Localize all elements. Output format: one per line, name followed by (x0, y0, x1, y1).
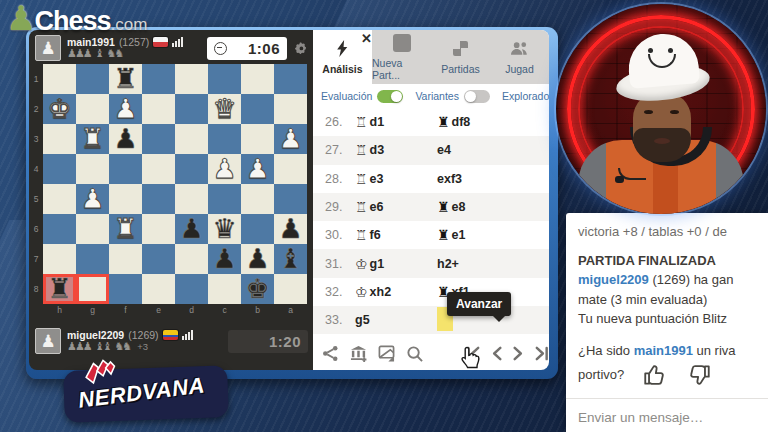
square-c7[interactable]: ♟ (208, 244, 241, 274)
library-icon[interactable] (350, 345, 367, 362)
gear-icon[interactable] (295, 42, 308, 55)
opponent-link[interactable]: main1991 (634, 343, 693, 358)
white-move[interactable]: ♔xh2 (355, 284, 437, 300)
square-c8[interactable] (208, 274, 241, 304)
white-move[interactable]: ♖e6 (355, 199, 437, 215)
player-bottom-rating: (1269) (128, 330, 158, 341)
figurine-icon: ♖ (355, 114, 368, 130)
square-a2[interactable] (274, 94, 307, 124)
white-p-piece: ♟ (113, 94, 137, 124)
move-number: 33. (325, 313, 355, 327)
square-f6[interactable]: ♜ (109, 214, 142, 244)
clock-top: 1:06 (207, 37, 287, 60)
square-b7[interactable]: ♟ (241, 244, 274, 274)
board-grid-icon (452, 40, 470, 58)
colombia-flag-icon (163, 330, 178, 340)
square-e2[interactable] (142, 94, 175, 124)
move-number: 26. (325, 115, 355, 129)
square-c5[interactable] (208, 184, 241, 214)
square-a8[interactable] (274, 274, 307, 304)
clock-bottom: 1:20 (228, 330, 308, 353)
figurine-icon: ♜ (437, 227, 450, 243)
square-h1[interactable] (43, 64, 76, 94)
black-move[interactable]: e4 (437, 143, 519, 157)
tabs-bar: Análisis ✕ + Nueva Part... Partidas Juga… (313, 30, 549, 84)
black-r-piece: ♜ (113, 64, 137, 94)
tab-partidas[interactable]: Partidas (431, 30, 490, 84)
black-q-piece: ♛ (212, 214, 236, 244)
players-icon (511, 40, 529, 58)
square-f3[interactable]: ♟ (109, 124, 142, 154)
black-b-piece: ♝ (278, 244, 302, 274)
close-icon[interactable]: ✕ (361, 32, 372, 45)
player-bottom-name[interactable]: miguel2209 (67, 330, 124, 341)
captured-n-icon: ♞ (114, 48, 124, 59)
site-tld: .com (111, 15, 148, 35)
square-e5[interactable] (142, 184, 175, 214)
square-b6[interactable] (241, 214, 274, 244)
chess-board: ♜♚♟♛♜♟♟♟♟♟♜♟♛♟♟♟♝♜♚ (43, 64, 307, 304)
figurine-icon: ♖ (355, 142, 368, 158)
square-c1[interactable] (208, 64, 241, 94)
white-move[interactable]: ♔g1 (355, 256, 437, 272)
black-move[interactable]: exf3 (437, 172, 519, 186)
chesscom-logo: ♟ Chess .com (6, 1, 147, 37)
square-f8[interactable] (109, 274, 142, 304)
black-p-piece: ♟ (278, 214, 302, 244)
black-r-piece: ♜ (47, 274, 71, 304)
square-a6[interactable]: ♟ (274, 214, 307, 244)
black-k-piece: ♚ (245, 274, 269, 304)
square-h5[interactable] (43, 184, 76, 214)
square-h3[interactable] (43, 124, 76, 154)
square-f5[interactable] (109, 184, 142, 214)
record-stats: victoria +8 / tablas +0 / de (578, 222, 768, 242)
figurine-icon: ♖ (355, 171, 368, 187)
square-e4[interactable] (142, 154, 175, 184)
square-b5[interactable] (241, 184, 274, 214)
move-row: 33.g5 (313, 306, 549, 334)
move-row: 27.♖d3e4 (313, 136, 549, 164)
tab-jugadores[interactable]: Jugad (490, 30, 549, 84)
toggle-switch[interactable] (377, 90, 403, 103)
lightning-icon (334, 40, 352, 58)
white-move[interactable]: g5 (355, 313, 437, 327)
mouse-cursor-hand (459, 345, 481, 369)
square-g7[interactable] (76, 244, 109, 274)
next-move-icon[interactable] (513, 346, 523, 361)
square-b2[interactable] (241, 94, 274, 124)
prev-move-icon[interactable] (492, 346, 502, 361)
avatar-bottom[interactable]: ♟ (35, 328, 61, 354)
square-a4[interactable] (274, 154, 307, 184)
square-c6[interactable]: ♛ (208, 214, 241, 244)
clock-icon (214, 42, 227, 55)
captured-p-icon: ♟ (83, 48, 93, 59)
microphone (618, 168, 646, 180)
streamer-person (556, 4, 766, 214)
square-d6[interactable]: ♟ (175, 214, 208, 244)
square-e7[interactable] (142, 244, 175, 274)
winner-link[interactable]: miguel2209 (578, 272, 649, 287)
square-b8[interactable]: ♚ (241, 274, 274, 304)
captured-p-icon: ♟ (83, 341, 93, 352)
square-a5[interactable] (274, 184, 307, 214)
rating-update: Tu nueva puntuación Blitz (578, 309, 768, 329)
square-d8[interactable] (175, 274, 208, 304)
square-e3[interactable] (142, 124, 175, 154)
pawn-logo-icon: ♟ (6, 1, 36, 35)
white-p-piece: ♟ (80, 184, 104, 214)
move-row: 28.♖e3exf3 (313, 165, 549, 193)
avanzar-tooltip: Avanzar (447, 292, 511, 316)
square-g6[interactable] (76, 214, 109, 244)
analysis-toolbar (313, 336, 549, 370)
game-over-title: PARTIDA FINALIZADA (578, 251, 768, 271)
square-b1[interactable] (241, 64, 274, 94)
white-r-piece: ♜ (80, 124, 104, 154)
white-q-piece: ♛ (212, 94, 236, 124)
game-over-chat-panel: victoria +8 / tablas +0 / de PARTIDA FIN… (566, 213, 768, 432)
black-p-piece: ♟ (179, 214, 203, 244)
white-move[interactable]: ♖d3 (355, 142, 437, 158)
move-row: 26.♖d1♜df8 (313, 108, 549, 136)
game-window: ♟ main1991 (1257) ♟♟♟♝♞♞ 1:06 12345678 ♜… (29, 30, 313, 370)
result-detail: mate (3 min evaluada) (578, 290, 768, 310)
white-move[interactable]: ♖e3 (355, 171, 437, 187)
square-f1[interactable]: ♜ (109, 64, 142, 94)
square-e6[interactable] (142, 214, 175, 244)
move-number: 32. (325, 285, 355, 299)
square-d5[interactable] (175, 184, 208, 214)
file-labels: hgfedcba (43, 304, 313, 317)
square-a7[interactable]: ♝ (274, 244, 307, 274)
message-input[interactable]: Enviar un mensaje… (578, 399, 768, 428)
black-move[interactable]: ♜e1 (437, 227, 519, 243)
captured-pieces-bottom: ♟♟♟♝♝♞♞+3 (67, 341, 222, 352)
square-d7[interactable] (175, 244, 208, 274)
square-e1[interactable] (142, 64, 175, 94)
thumbs-down-icon[interactable] (686, 362, 712, 388)
white-move[interactable]: ♖d1 (355, 114, 437, 130)
avatar-top[interactable]: ♟ (35, 35, 61, 61)
black-move[interactable]: h2+ (437, 257, 519, 271)
square-e8[interactable] (142, 274, 175, 304)
connection-bars-icon (182, 331, 193, 340)
poland-flag-icon (153, 37, 168, 47)
square-g4[interactable] (76, 154, 109, 184)
plus-square-icon: + (393, 34, 411, 52)
black-move[interactable]: ♜df8 (437, 114, 519, 130)
square-h7[interactable] (43, 244, 76, 274)
nerdvana-logo: NERDVANA (60, 362, 236, 426)
square-g2[interactable] (76, 94, 109, 124)
toggles-row: Evaluación Variantes Explorador (313, 84, 549, 108)
move-number: 30. (325, 228, 355, 242)
tab-nueva-partida[interactable]: + Nueva Part... (372, 30, 431, 84)
square-h4[interactable] (43, 154, 76, 184)
figurine-icon: ♖ (355, 199, 368, 215)
move-list: 26.♖d1♜df827.♖d3e428.♖e3exf329.♖e6♜e830.… (313, 108, 549, 336)
captured-pieces-top: ♟♟♟♝♞♞ (67, 48, 201, 59)
captured-b-icon: ♝ (103, 341, 113, 352)
move-row: 29.♖e6♜e8 (313, 193, 549, 221)
player-top-name[interactable]: main1991 (67, 37, 115, 48)
move-number: 27. (325, 143, 355, 157)
player-top-rating: (1257) (119, 37, 149, 48)
rank-labels: 12345678 (29, 64, 43, 304)
figurine-icon: ♜ (437, 114, 450, 130)
player-bar-bottom: ♟ miguel2209 (1269) ♟♟♟♝♝♞♞+3 1:20 (29, 323, 313, 357)
white-k-piece: ♚ (47, 94, 71, 124)
captured-n-icon: ♞ (122, 341, 132, 352)
material-advantage: +3 (137, 341, 148, 352)
square-h6[interactable] (43, 214, 76, 244)
streamer-webcam (556, 4, 766, 214)
figurine-icon: ♜ (437, 199, 450, 215)
move-number: 29. (325, 200, 355, 214)
black-p-piece: ♟ (245, 244, 269, 274)
square-f2[interactable]: ♟ (109, 94, 142, 124)
black-p-piece: ♟ (212, 244, 236, 274)
figurine-icon: ♔ (355, 256, 368, 272)
square-c4[interactable]: ♟ (208, 154, 241, 184)
move-number: 31. (325, 257, 355, 271)
square-d3[interactable] (175, 124, 208, 154)
square-c3[interactable] (208, 124, 241, 154)
toggle-evaluacion[interactable]: Evaluación (321, 90, 403, 103)
connection-bars-icon (172, 38, 183, 47)
white-move[interactable]: ♖f6 (355, 227, 437, 243)
captured-b-icon: ♝ (95, 48, 105, 59)
thumbs-up-icon[interactable] (642, 362, 668, 388)
square-c2[interactable]: ♛ (208, 94, 241, 124)
move-number: 28. (325, 172, 355, 186)
white-r-piece: ♜ (113, 214, 137, 244)
white-p-piece: ♟ (212, 154, 236, 184)
square-d2[interactable] (175, 94, 208, 124)
tab-analisis[interactable]: Análisis ✕ (313, 30, 372, 84)
square-f7[interactable] (109, 244, 142, 274)
black-p-piece: ♟ (113, 124, 137, 154)
stream-frame: ♟ main1991 (1257) ♟♟♟♝♞♞ 1:06 12345678 ♜… (26, 27, 558, 379)
square-a1[interactable] (274, 64, 307, 94)
square-b3[interactable] (241, 124, 274, 154)
square-g3[interactable]: ♜ (76, 124, 109, 154)
square-g8[interactable] (76, 274, 109, 304)
magnify-icon[interactable] (406, 345, 423, 362)
site-name: Chess (34, 6, 110, 37)
square-d4[interactable] (175, 154, 208, 184)
square-b4[interactable]: ♟ (241, 154, 274, 184)
result-line: miguel2209 (1269) ha gan (578, 270, 768, 290)
share-icon[interactable] (322, 345, 339, 362)
fairplay-question-cont: portivo? (578, 365, 624, 385)
toggle-switch[interactable] (464, 90, 490, 103)
square-a3[interactable]: ♟ (274, 124, 307, 154)
move-row: 30.♖f6♜e1 (313, 221, 549, 249)
black-move[interactable]: ♜e8 (437, 199, 519, 215)
toggle-variantes[interactable]: Variantes (415, 90, 490, 103)
square-g5[interactable]: ♟ (76, 184, 109, 214)
square-g1[interactable] (76, 64, 109, 94)
square-h2[interactable]: ♚ (43, 94, 76, 124)
image-icon[interactable] (378, 345, 395, 362)
white-p-piece: ♟ (278, 124, 302, 154)
move-row: 31.♔g1h2+ (313, 249, 549, 277)
square-f4[interactable] (109, 154, 142, 184)
last-move-icon[interactable] (534, 346, 549, 361)
white-p-piece: ♟ (245, 154, 269, 184)
square-d1[interactable] (175, 64, 208, 94)
toggle-explorador[interactable]: Explorador (502, 90, 549, 103)
analysis-panel: Análisis ✕ + Nueva Part... Partidas Juga… (313, 30, 549, 370)
figurine-icon: ♖ (355, 227, 368, 243)
fairplay-question: ¿Ha sido main1991 un riva (578, 341, 768, 361)
square-h8[interactable]: ♜ (43, 274, 76, 304)
figurine-icon: ♔ (355, 284, 368, 300)
move-row: 32.♔xh2♜xf1 (313, 278, 549, 306)
